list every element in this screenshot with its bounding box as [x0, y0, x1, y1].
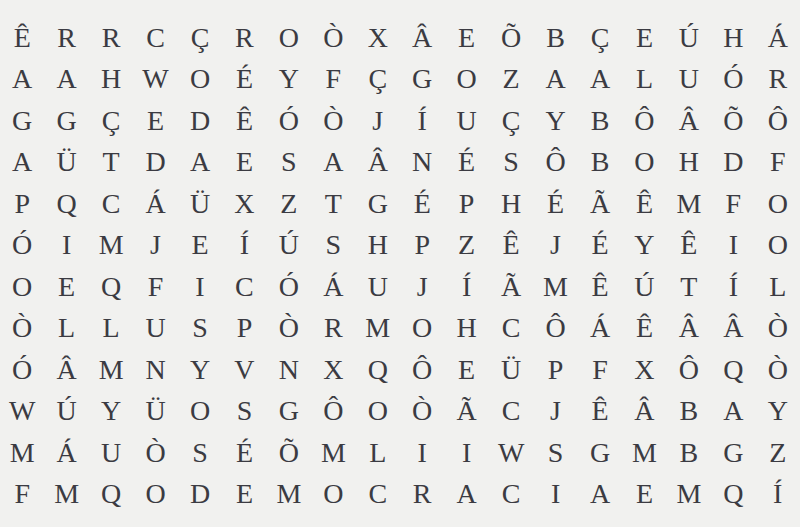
grid-cell[interactable]: T — [311, 183, 355, 225]
letter-grid: ÊRRCÇROÒXÂEÕBÇEÚHÁAAHWOÉYFÇGOZAALUÓRGGÇE… — [0, 17, 800, 515]
grid-cell[interactable]: Â — [356, 142, 400, 184]
grid-cell[interactable]: P — [222, 308, 266, 350]
grid-cell[interactable]: E — [444, 17, 488, 59]
grid-cell[interactable]: X — [311, 349, 355, 391]
grid-cell[interactable]: Ç — [178, 17, 222, 59]
grid-cell[interactable]: X — [356, 17, 400, 59]
grid-cell[interactable]: G — [711, 432, 755, 474]
grid-cell[interactable]: Ç — [578, 17, 622, 59]
grid-cell[interactable]: É — [533, 183, 577, 225]
grid-cell[interactable]: Ê — [578, 391, 622, 433]
grid-cell[interactable]: B — [578, 100, 622, 142]
grid-cell[interactable]: M — [44, 474, 88, 516]
grid-cell[interactable]: Ô — [622, 100, 666, 142]
grid-cell[interactable]: U — [667, 59, 711, 101]
grid-cell[interactable]: É — [400, 183, 444, 225]
grid-cell[interactable]: C — [89, 183, 133, 225]
grid-cell[interactable]: Ô — [756, 100, 800, 142]
grid-cell[interactable]: C — [489, 391, 533, 433]
grid-cell[interactable]: Ê — [0, 17, 44, 59]
grid-cell[interactable]: Z — [756, 432, 800, 474]
grid-cell[interactable]: T — [89, 142, 133, 184]
grid-cell[interactable]: A — [578, 474, 622, 516]
grid-cell[interactable]: E — [444, 349, 488, 391]
grid-cell[interactable]: H — [667, 142, 711, 184]
grid-cell[interactable]: L — [756, 266, 800, 308]
grid-cell[interactable]: Ü — [489, 349, 533, 391]
grid-cell[interactable]: G — [356, 183, 400, 225]
grid-cell[interactable]: A — [0, 142, 44, 184]
grid-cell[interactable]: Ô — [311, 391, 355, 433]
grid-cell[interactable]: Ò — [0, 308, 44, 350]
grid-cell[interactable]: P — [400, 225, 444, 267]
grid-cell[interactable]: G — [400, 59, 444, 101]
grid-cell[interactable]: Ó — [267, 100, 311, 142]
grid-cell[interactable]: Í — [444, 266, 488, 308]
grid-cell[interactable]: C — [489, 308, 533, 350]
grid-cell[interactable]: Ô — [667, 349, 711, 391]
grid-cell[interactable]: Ó — [0, 349, 44, 391]
grid-cell[interactable]: M — [89, 225, 133, 267]
grid-cell[interactable]: É — [578, 225, 622, 267]
grid-cell[interactable]: N — [400, 142, 444, 184]
grid-cell[interactable]: G — [0, 100, 44, 142]
grid-cell[interactable]: J — [133, 225, 177, 267]
grid-cell[interactable]: Õ — [711, 100, 755, 142]
grid-cell[interactable]: M — [622, 432, 666, 474]
grid-cell[interactable]: M — [0, 432, 44, 474]
grid-cell[interactable]: U — [356, 266, 400, 308]
grid-cell[interactable]: S — [489, 142, 533, 184]
grid-cell[interactable]: A — [44, 59, 88, 101]
grid-cell[interactable]: D — [178, 474, 222, 516]
grid-cell[interactable]: Ç — [89, 100, 133, 142]
grid-cell[interactable]: C — [133, 17, 177, 59]
grid-cell[interactable]: Z — [444, 225, 488, 267]
grid-cell[interactable]: Ê — [578, 266, 622, 308]
grid-cell[interactable]: A — [178, 142, 222, 184]
grid-cell[interactable]: O — [178, 391, 222, 433]
grid-cell[interactable]: Â — [667, 308, 711, 350]
grid-cell[interactable]: F — [756, 142, 800, 184]
grid-cell[interactable]: Z — [267, 183, 311, 225]
grid-cell[interactable]: I — [711, 225, 755, 267]
grid-cell[interactable]: M — [267, 474, 311, 516]
grid-cell[interactable]: J — [400, 266, 444, 308]
grid-cell[interactable]: A — [311, 142, 355, 184]
grid-cell[interactable]: I — [178, 266, 222, 308]
grid-cell[interactable]: Ô — [533, 142, 577, 184]
grid-cell[interactable]: Ü — [133, 391, 177, 433]
grid-cell[interactable]: Ê — [667, 225, 711, 267]
grid-cell[interactable]: M — [89, 349, 133, 391]
grid-cell[interactable]: A — [711, 391, 755, 433]
grid-cell[interactable]: E — [222, 142, 266, 184]
grid-cell[interactable]: B — [578, 142, 622, 184]
grid-cell[interactable]: É — [444, 142, 488, 184]
grid-cell[interactable]: F — [0, 474, 44, 516]
grid-cell[interactable]: X — [222, 183, 266, 225]
grid-cell[interactable]: H — [489, 183, 533, 225]
grid-cell[interactable]: Õ — [489, 17, 533, 59]
grid-cell[interactable]: Â — [711, 308, 755, 350]
grid-cell[interactable]: S — [311, 225, 355, 267]
grid-cell[interactable]: R — [44, 17, 88, 59]
grid-cell[interactable]: S — [267, 142, 311, 184]
grid-cell[interactable]: U — [89, 432, 133, 474]
grid-cell[interactable]: Í — [400, 100, 444, 142]
grid-cell[interactable]: G — [44, 100, 88, 142]
grid-cell[interactable]: Y — [533, 100, 577, 142]
grid-cell[interactable]: P — [0, 183, 44, 225]
grid-cell[interactable]: J — [356, 100, 400, 142]
grid-cell[interactable]: Ê — [622, 183, 666, 225]
grid-cell[interactable]: Y — [622, 225, 666, 267]
grid-cell[interactable]: Â — [400, 17, 444, 59]
grid-cell[interactable]: Ê — [489, 225, 533, 267]
grid-cell[interactable]: L — [44, 308, 88, 350]
grid-cell[interactable]: A — [0, 59, 44, 101]
grid-cell[interactable]: R — [222, 17, 266, 59]
grid-cell[interactable]: U — [444, 100, 488, 142]
grid-cell[interactable]: E — [622, 474, 666, 516]
grid-cell[interactable]: Ò — [311, 17, 355, 59]
grid-cell[interactable]: F — [133, 266, 177, 308]
grid-cell[interactable]: Ú — [44, 391, 88, 433]
grid-cell[interactable]: O — [444, 59, 488, 101]
grid-cell[interactable]: Y — [267, 59, 311, 101]
grid-cell[interactable]: J — [533, 225, 577, 267]
grid-cell[interactable]: J — [533, 391, 577, 433]
grid-cell[interactable]: Q — [44, 183, 88, 225]
grid-cell[interactable]: Ò — [311, 100, 355, 142]
grid-cell[interactable]: N — [267, 349, 311, 391]
grid-cell[interactable]: S — [222, 391, 266, 433]
grid-cell[interactable]: Ô — [533, 308, 577, 350]
grid-cell[interactable]: S — [178, 308, 222, 350]
grid-cell[interactable]: Ç — [489, 100, 533, 142]
grid-cell[interactable]: Ê — [622, 308, 666, 350]
grid-cell[interactable]: P — [444, 183, 488, 225]
grid-cell[interactable]: R — [756, 59, 800, 101]
grid-cell[interactable]: D — [711, 142, 755, 184]
grid-cell[interactable]: U — [133, 308, 177, 350]
grid-cell[interactable]: B — [533, 17, 577, 59]
grid-cell[interactable]: H — [711, 17, 755, 59]
grid-cell[interactable]: S — [533, 432, 577, 474]
grid-cell[interactable]: M — [311, 432, 355, 474]
grid-cell[interactable]: M — [667, 183, 711, 225]
grid-cell[interactable]: Y — [756, 391, 800, 433]
grid-cell[interactable]: I — [400, 432, 444, 474]
grid-cell[interactable]: O — [356, 391, 400, 433]
grid-cell[interactable]: V — [222, 349, 266, 391]
grid-cell[interactable]: Z — [489, 59, 533, 101]
grid-cell[interactable]: D — [178, 100, 222, 142]
grid-cell[interactable]: Y — [89, 391, 133, 433]
grid-cell[interactable]: Q — [89, 266, 133, 308]
grid-cell[interactable]: N — [133, 349, 177, 391]
grid-cell[interactable]: T — [667, 266, 711, 308]
grid-cell[interactable]: R — [89, 17, 133, 59]
grid-cell[interactable]: Ó — [267, 266, 311, 308]
grid-cell[interactable]: M — [533, 266, 577, 308]
grid-cell[interactable]: Ç — [356, 59, 400, 101]
grid-cell[interactable]: Q — [356, 349, 400, 391]
grid-cell[interactable]: R — [311, 308, 355, 350]
grid-cell[interactable]: O — [267, 17, 311, 59]
grid-cell[interactable]: E — [178, 225, 222, 267]
grid-cell[interactable]: P — [533, 349, 577, 391]
grid-cell[interactable]: A — [533, 59, 577, 101]
grid-cell[interactable]: O — [178, 59, 222, 101]
grid-cell[interactable]: X — [622, 349, 666, 391]
grid-cell[interactable]: F — [711, 183, 755, 225]
grid-cell[interactable]: Ò — [400, 391, 444, 433]
grid-cell[interactable]: É — [222, 432, 266, 474]
grid-cell[interactable]: Â — [44, 349, 88, 391]
grid-cell[interactable]: Í — [711, 266, 755, 308]
grid-cell[interactable]: I — [444, 432, 488, 474]
grid-cell[interactable]: C — [222, 266, 266, 308]
grid-cell[interactable]: A — [444, 474, 488, 516]
grid-cell[interactable]: Ã — [444, 391, 488, 433]
grid-cell[interactable]: H — [444, 308, 488, 350]
grid-cell[interactable]: Ã — [489, 266, 533, 308]
grid-cell[interactable]: Á — [133, 183, 177, 225]
grid-cell[interactable]: A — [578, 59, 622, 101]
grid-cell[interactable]: O — [0, 266, 44, 308]
grid-cell[interactable]: H — [356, 225, 400, 267]
grid-cell[interactable]: S — [178, 432, 222, 474]
grid-cell[interactable]: O — [133, 474, 177, 516]
grid-cell[interactable]: Ò — [267, 308, 311, 350]
grid-cell[interactable]: Ê — [222, 100, 266, 142]
grid-cell[interactable]: Ò — [756, 349, 800, 391]
grid-cell[interactable]: D — [133, 142, 177, 184]
grid-cell[interactable]: O — [400, 308, 444, 350]
grid-cell[interactable]: Q — [711, 474, 755, 516]
grid-cell[interactable]: Ó — [0, 225, 44, 267]
grid-cell[interactable]: O — [622, 142, 666, 184]
grid-cell[interactable]: Ü — [178, 183, 222, 225]
grid-cell[interactable]: M — [667, 474, 711, 516]
grid-cell[interactable]: Ò — [133, 432, 177, 474]
grid-cell[interactable]: O — [756, 183, 800, 225]
grid-cell[interactable]: C — [489, 474, 533, 516]
grid-cell[interactable]: O — [311, 474, 355, 516]
grid-cell[interactable]: R — [400, 474, 444, 516]
grid-cell[interactable]: W — [133, 59, 177, 101]
grid-cell[interactable]: Ü — [44, 142, 88, 184]
grid-cell[interactable]: Ã — [578, 183, 622, 225]
grid-cell[interactable]: W — [0, 391, 44, 433]
grid-cell[interactable]: Õ — [267, 432, 311, 474]
grid-cell[interactable]: O — [756, 225, 800, 267]
grid-cell[interactable]: Á — [756, 17, 800, 59]
grid-cell[interactable]: Q — [711, 349, 755, 391]
grid-cell[interactable]: Y — [178, 349, 222, 391]
grid-cell[interactable]: I — [44, 225, 88, 267]
word-search-board: ÊRRCÇROÒXÂEÕBÇEÚHÁAAHWOÉYFÇGOZAALUÓRGGÇE… — [0, 0, 800, 527]
grid-cell[interactable]: É — [222, 59, 266, 101]
grid-cell[interactable]: Â — [667, 100, 711, 142]
grid-cell[interactable]: H — [89, 59, 133, 101]
grid-cell[interactable]: Í — [756, 474, 800, 516]
grid-cell[interactable]: Ò — [756, 308, 800, 350]
grid-cell[interactable]: Á — [311, 266, 355, 308]
grid-cell[interactable]: L — [356, 432, 400, 474]
grid-cell[interactable]: Ú — [267, 225, 311, 267]
grid-cell[interactable]: Á — [578, 308, 622, 350]
grid-cell[interactable]: Ô — [400, 349, 444, 391]
grid-cell[interactable]: W — [489, 432, 533, 474]
grid-cell[interactable]: I — [533, 474, 577, 516]
grid-cell[interactable]: G — [267, 391, 311, 433]
grid-cell[interactable]: E — [622, 17, 666, 59]
grid-cell[interactable]: Ó — [711, 59, 755, 101]
grid-cell[interactable]: F — [311, 59, 355, 101]
grid-cell[interactable]: B — [667, 391, 711, 433]
grid-cell[interactable]: L — [89, 308, 133, 350]
grid-cell[interactable]: G — [578, 432, 622, 474]
grid-cell[interactable]: E — [133, 100, 177, 142]
grid-cell[interactable]: M — [356, 308, 400, 350]
grid-cell[interactable]: Q — [89, 474, 133, 516]
grid-cell[interactable]: L — [622, 59, 666, 101]
grid-cell[interactable]: B — [667, 432, 711, 474]
grid-cell[interactable]: Í — [222, 225, 266, 267]
grid-cell[interactable]: C — [356, 474, 400, 516]
grid-cell[interactable]: F — [578, 349, 622, 391]
grid-cell[interactable]: E — [222, 474, 266, 516]
grid-cell[interactable]: Â — [622, 391, 666, 433]
grid-cell[interactable]: Ú — [667, 17, 711, 59]
grid-cell[interactable]: E — [44, 266, 88, 308]
grid-cell[interactable]: Á — [44, 432, 88, 474]
grid-cell[interactable]: Ú — [622, 266, 666, 308]
